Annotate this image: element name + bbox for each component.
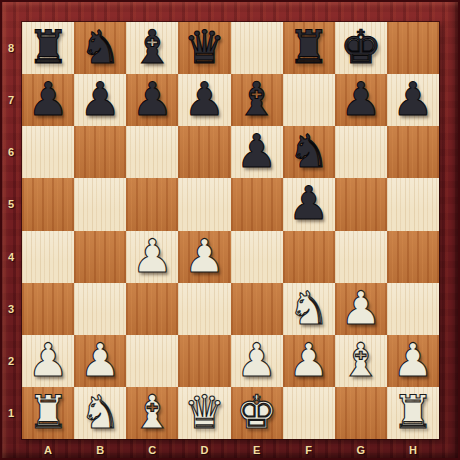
square-g3[interactable]: ♟ — [335, 283, 387, 335]
square-b7[interactable]: ♟ — [74, 74, 126, 126]
square-h5[interactable] — [387, 178, 439, 230]
square-h1[interactable]: ♜ — [387, 387, 439, 439]
square-a3[interactable] — [22, 283, 74, 335]
white-king[interactable]: ♚ — [236, 389, 277, 435]
white-pawn[interactable]: ♟ — [184, 233, 225, 279]
square-d1[interactable]: ♛ — [178, 387, 230, 439]
square-f4[interactable] — [283, 231, 335, 283]
square-f2[interactable]: ♟ — [283, 335, 335, 387]
square-f8[interactable]: ♜ — [283, 22, 335, 74]
square-a7[interactable]: ♟ — [22, 74, 74, 126]
white-pawn[interactable]: ♟ — [392, 337, 433, 383]
rank-label-2: 2 — [0, 335, 22, 387]
black-knight[interactable]: ♞ — [288, 128, 329, 174]
black-king[interactable]: ♚ — [340, 24, 381, 70]
square-d6[interactable] — [178, 126, 230, 178]
square-f1[interactable] — [283, 387, 335, 439]
square-d8[interactable]: ♛ — [178, 22, 230, 74]
square-b6[interactable] — [74, 126, 126, 178]
square-e2[interactable]: ♟ — [231, 335, 283, 387]
square-b8[interactable]: ♞ — [74, 22, 126, 74]
square-c7[interactable]: ♟ — [126, 74, 178, 126]
white-pawn[interactable]: ♟ — [27, 337, 68, 383]
square-e3[interactable] — [231, 283, 283, 335]
square-b2[interactable]: ♟ — [74, 335, 126, 387]
square-b3[interactable] — [74, 283, 126, 335]
square-f5[interactable]: ♟ — [283, 178, 335, 230]
file-label-d: D — [178, 439, 230, 460]
chess-board-frame: 8 7 6 5 4 3 2 1 ♜♞♝♛♜♚♟♟♟♟♝♟♟♟♞♟♟♟♞♟♟♟♟♟… — [0, 0, 460, 460]
square-h7[interactable]: ♟ — [387, 74, 439, 126]
file-label-c: C — [126, 439, 178, 460]
white-pawn[interactable]: ♟ — [340, 285, 381, 331]
square-e6[interactable]: ♟ — [231, 126, 283, 178]
file-label-f: F — [283, 439, 335, 460]
black-knight[interactable]: ♞ — [80, 24, 121, 70]
square-f7[interactable] — [283, 74, 335, 126]
square-d2[interactable] — [178, 335, 230, 387]
square-c5[interactable] — [126, 178, 178, 230]
square-h6[interactable] — [387, 126, 439, 178]
square-g1[interactable] — [335, 387, 387, 439]
square-g5[interactable] — [335, 178, 387, 230]
square-g6[interactable] — [335, 126, 387, 178]
file-label-h: H — [387, 439, 439, 460]
black-pawn[interactable]: ♟ — [288, 180, 329, 226]
square-h8[interactable] — [387, 22, 439, 74]
square-e7[interactable]: ♝ — [231, 74, 283, 126]
square-e5[interactable] — [231, 178, 283, 230]
square-a1[interactable]: ♜ — [22, 387, 74, 439]
black-pawn[interactable]: ♟ — [184, 76, 225, 122]
white-pawn[interactable]: ♟ — [236, 337, 277, 383]
rank-label-1: 1 — [0, 387, 22, 439]
black-bishop[interactable]: ♝ — [236, 76, 277, 122]
black-pawn[interactable]: ♟ — [392, 76, 433, 122]
white-bishop[interactable]: ♝ — [340, 337, 381, 383]
black-pawn[interactable]: ♟ — [340, 76, 381, 122]
square-h4[interactable] — [387, 231, 439, 283]
square-d3[interactable] — [178, 283, 230, 335]
white-knight[interactable]: ♞ — [80, 389, 121, 435]
black-rook[interactable]: ♜ — [288, 24, 329, 70]
square-c6[interactable] — [126, 126, 178, 178]
white-bishop[interactable]: ♝ — [132, 389, 173, 435]
square-g2[interactable]: ♝ — [335, 335, 387, 387]
white-rook[interactable]: ♜ — [392, 389, 433, 435]
white-pawn[interactable]: ♟ — [288, 337, 329, 383]
black-pawn[interactable]: ♟ — [27, 76, 68, 122]
black-pawn[interactable]: ♟ — [80, 76, 121, 122]
square-a8[interactable]: ♜ — [22, 22, 74, 74]
chess-board: ♜♞♝♛♜♚♟♟♟♟♝♟♟♟♞♟♟♟♞♟♟♟♟♟♝♟♜♞♝♛♚♜ — [22, 22, 439, 439]
square-e4[interactable] — [231, 231, 283, 283]
square-e1[interactable]: ♚ — [231, 387, 283, 439]
square-g7[interactable]: ♟ — [335, 74, 387, 126]
white-pawn[interactable]: ♟ — [80, 337, 121, 383]
square-h2[interactable]: ♟ — [387, 335, 439, 387]
square-c1[interactable]: ♝ — [126, 387, 178, 439]
square-a6[interactable] — [22, 126, 74, 178]
file-label-b: B — [74, 439, 126, 460]
square-g8[interactable]: ♚ — [335, 22, 387, 74]
square-a5[interactable] — [22, 178, 74, 230]
square-f3[interactable]: ♞ — [283, 283, 335, 335]
rank-label-6: 6 — [0, 126, 22, 178]
file-label-a: A — [22, 439, 74, 460]
black-pawn[interactable]: ♟ — [236, 128, 277, 174]
black-rook[interactable]: ♜ — [27, 24, 68, 70]
square-c2[interactable] — [126, 335, 178, 387]
file-label-g: G — [335, 439, 387, 460]
white-pawn[interactable]: ♟ — [132, 233, 173, 279]
square-f6[interactable]: ♞ — [283, 126, 335, 178]
square-b1[interactable]: ♞ — [74, 387, 126, 439]
square-c8[interactable]: ♝ — [126, 22, 178, 74]
square-d5[interactable] — [178, 178, 230, 230]
square-g4[interactable] — [335, 231, 387, 283]
black-queen[interactable]: ♛ — [184, 24, 225, 70]
rank-labels: 8 7 6 5 4 3 2 1 — [0, 22, 22, 439]
square-h3[interactable] — [387, 283, 439, 335]
rank-label-3: 3 — [0, 283, 22, 335]
rank-label-4: 4 — [0, 231, 22, 283]
white-knight[interactable]: ♞ — [288, 285, 329, 331]
black-bishop[interactable]: ♝ — [132, 24, 173, 70]
square-b5[interactable] — [74, 178, 126, 230]
black-pawn[interactable]: ♟ — [132, 76, 173, 122]
file-labels: A B C D E F G H — [22, 439, 439, 460]
square-a2[interactable]: ♟ — [22, 335, 74, 387]
file-label-e: E — [231, 439, 283, 460]
square-c3[interactable] — [126, 283, 178, 335]
square-d7[interactable]: ♟ — [178, 74, 230, 126]
square-e8[interactable] — [231, 22, 283, 74]
square-a4[interactable] — [22, 231, 74, 283]
rank-label-8: 8 — [0, 22, 22, 74]
square-c4[interactable]: ♟ — [126, 231, 178, 283]
rank-label-5: 5 — [0, 178, 22, 230]
white-rook[interactable]: ♜ — [27, 389, 68, 435]
square-d4[interactable]: ♟ — [178, 231, 230, 283]
white-queen[interactable]: ♛ — [184, 389, 225, 435]
rank-label-7: 7 — [0, 74, 22, 126]
square-b4[interactable] — [74, 231, 126, 283]
